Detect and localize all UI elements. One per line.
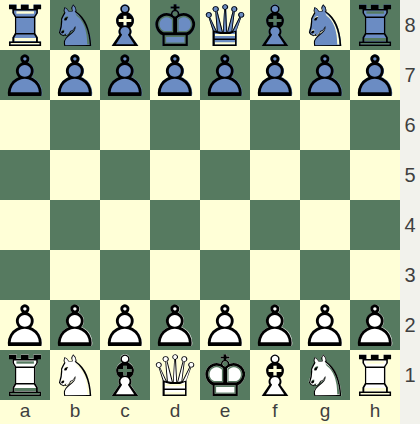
square-f7[interactable]: ♟♙ xyxy=(250,50,300,100)
file-label-g: g xyxy=(300,400,350,424)
square-h4[interactable] xyxy=(350,200,400,250)
square-b7[interactable]: ♟♙ xyxy=(50,50,100,100)
pawn-outline-glyph: ♙ xyxy=(250,51,300,101)
square-b3[interactable] xyxy=(50,250,100,300)
piece-black-pawn[interactable]: ♟♙ xyxy=(100,50,150,100)
square-c7[interactable]: ♟♙ xyxy=(100,50,150,100)
pawn-outline-glyph: ♙ xyxy=(50,51,100,101)
pawn-outline-glyph: ♙ xyxy=(50,301,100,351)
pawn-outline-glyph: ♙ xyxy=(150,301,200,351)
square-c8[interactable]: ♝♗ xyxy=(100,0,150,50)
rank-label-8: 8 xyxy=(400,0,420,50)
queen-fill-glyph: ♛ xyxy=(200,1,250,51)
rook-fill-glyph: ♜ xyxy=(0,1,50,51)
pawn-fill-glyph: ♟ xyxy=(300,301,350,351)
square-d4[interactable] xyxy=(150,200,200,250)
square-c6[interactable] xyxy=(100,100,150,150)
pawn-outline-glyph: ♙ xyxy=(150,51,200,101)
square-h6[interactable] xyxy=(350,100,400,150)
square-a5[interactable] xyxy=(0,150,50,200)
piece-white-pawn[interactable]: ♟♙ xyxy=(0,300,50,350)
square-f5[interactable] xyxy=(250,150,300,200)
piece-white-pawn[interactable]: ♟♙ xyxy=(300,300,350,350)
square-g8[interactable]: ♞♘ xyxy=(300,0,350,50)
rook-outline-glyph: ♖ xyxy=(0,1,50,51)
square-d2[interactable]: ♟♙ xyxy=(150,300,200,350)
piece-white-pawn[interactable]: ♟♙ xyxy=(100,300,150,350)
piece-black-pawn[interactable]: ♟♙ xyxy=(350,50,400,100)
knight-outline-glyph: ♘ xyxy=(300,1,350,51)
pawn-outline-glyph: ♙ xyxy=(350,51,400,101)
rook-fill-glyph: ♜ xyxy=(0,351,50,401)
file-labels-strip: abcdefgh xyxy=(0,400,400,424)
pawn-outline-glyph: ♙ xyxy=(300,301,350,351)
piece-black-pawn[interactable]: ♟♙ xyxy=(0,50,50,100)
square-e3[interactable] xyxy=(200,250,250,300)
piece-black-knight[interactable]: ♞♘ xyxy=(300,0,350,50)
piece-white-pawn[interactable]: ♟♙ xyxy=(50,300,100,350)
pawn-fill-glyph: ♟ xyxy=(100,301,150,351)
pawn-outline-glyph: ♙ xyxy=(350,301,400,351)
bishop-fill-glyph: ♝ xyxy=(100,1,150,51)
square-a3[interactable] xyxy=(0,250,50,300)
square-f3[interactable] xyxy=(250,250,300,300)
file-label-b: b xyxy=(50,400,100,424)
pawn-fill-glyph: ♟ xyxy=(150,301,200,351)
piece-white-pawn[interactable]: ♟♙ xyxy=(200,300,250,350)
square-b5[interactable] xyxy=(50,150,100,200)
piece-white-pawn[interactable]: ♟♙ xyxy=(150,300,200,350)
square-h5[interactable] xyxy=(350,150,400,200)
knight-fill-glyph: ♞ xyxy=(50,1,100,51)
square-d3[interactable] xyxy=(150,250,200,300)
piece-white-rook[interactable]: ♜♖ xyxy=(0,350,50,400)
square-a1[interactable]: ♜♖ xyxy=(0,350,50,400)
piece-white-knight[interactable]: ♞♘ xyxy=(300,350,350,400)
piece-white-knight[interactable]: ♞♘ xyxy=(50,350,100,400)
square-c2[interactable]: ♟♙ xyxy=(100,300,150,350)
pawn-fill-glyph: ♟ xyxy=(100,51,150,101)
pawn-fill-glyph: ♟ xyxy=(350,301,400,351)
square-d8[interactable]: ♚♔ xyxy=(150,0,200,50)
square-f2[interactable]: ♟♙ xyxy=(250,300,300,350)
chess-board: ♜♖♞♘♝♗♚♔♛♕♝♗♞♘♜♖♟♙♟♙♟♙♟♙♟♙♟♙♟♙♟♙♟♙♟♙♟♙♟♙… xyxy=(0,0,400,400)
square-h2[interactable]: ♟♙ xyxy=(350,300,400,350)
piece-black-bishop[interactable]: ♝♗ xyxy=(250,0,300,50)
bishop-fill-glyph: ♝ xyxy=(100,351,150,401)
pawn-outline-glyph: ♙ xyxy=(200,301,250,351)
square-e2[interactable]: ♟♙ xyxy=(200,300,250,350)
square-c3[interactable] xyxy=(100,250,150,300)
rank-labels-strip: 87654321 xyxy=(400,0,420,424)
square-g4[interactable] xyxy=(300,200,350,250)
bishop-outline-glyph: ♗ xyxy=(250,351,300,401)
square-e1[interactable]: ♚♔ xyxy=(200,350,250,400)
rank-label-1: 1 xyxy=(400,350,420,400)
square-d7[interactable]: ♟♙ xyxy=(150,50,200,100)
square-a2[interactable]: ♟♙ xyxy=(0,300,50,350)
pawn-outline-glyph: ♙ xyxy=(200,51,250,101)
piece-white-rook[interactable]: ♜♖ xyxy=(350,350,400,400)
knight-outline-glyph: ♘ xyxy=(50,351,100,401)
square-f8[interactable]: ♝♗ xyxy=(250,0,300,50)
knight-outline-glyph: ♘ xyxy=(300,351,350,401)
piece-white-pawn[interactable]: ♟♙ xyxy=(350,300,400,350)
square-h8[interactable]: ♜♖ xyxy=(350,0,400,50)
rook-outline-glyph: ♖ xyxy=(350,351,400,401)
square-f4[interactable] xyxy=(250,200,300,250)
piece-black-rook[interactable]: ♜♖ xyxy=(350,0,400,50)
pawn-outline-glyph: ♙ xyxy=(300,51,350,101)
piece-white-bishop[interactable]: ♝♗ xyxy=(250,350,300,400)
file-label-f: f xyxy=(250,400,300,424)
pawn-fill-glyph: ♟ xyxy=(50,301,100,351)
pawn-outline-glyph: ♙ xyxy=(250,301,300,351)
square-h7[interactable]: ♟♙ xyxy=(350,50,400,100)
square-e5[interactable] xyxy=(200,150,250,200)
file-label-d: d xyxy=(150,400,200,424)
rank-label-7: 7 xyxy=(400,50,420,100)
square-c4[interactable] xyxy=(100,200,150,250)
square-b6[interactable] xyxy=(50,100,100,150)
square-g1[interactable]: ♞♘ xyxy=(300,350,350,400)
rook-fill-glyph: ♜ xyxy=(350,351,400,401)
square-f1[interactable]: ♝♗ xyxy=(250,350,300,400)
piece-white-king[interactable]: ♚♔ xyxy=(200,350,250,400)
bishop-outline-glyph: ♗ xyxy=(100,1,150,51)
square-h3[interactable] xyxy=(350,250,400,300)
square-g6[interactable] xyxy=(300,100,350,150)
square-d1[interactable]: ♛♕ xyxy=(150,350,200,400)
piece-white-pawn[interactable]: ♟♙ xyxy=(250,300,300,350)
knight-fill-glyph: ♞ xyxy=(300,351,350,401)
bishop-outline-glyph: ♗ xyxy=(100,351,150,401)
file-label-a: a xyxy=(0,400,50,424)
piece-black-rook[interactable]: ♜♖ xyxy=(0,0,50,50)
square-b8[interactable]: ♞♘ xyxy=(50,0,100,50)
piece-black-pawn[interactable]: ♟♙ xyxy=(150,50,200,100)
square-g5[interactable] xyxy=(300,150,350,200)
file-label-c: c xyxy=(100,400,150,424)
pawn-outline-glyph: ♙ xyxy=(100,301,150,351)
pawn-outline-glyph: ♙ xyxy=(100,51,150,101)
king-outline-glyph: ♔ xyxy=(200,351,250,401)
bishop-fill-glyph: ♝ xyxy=(250,1,300,51)
queen-fill-glyph: ♛ xyxy=(150,351,200,401)
piece-black-pawn[interactable]: ♟♙ xyxy=(300,50,350,100)
piece-black-pawn[interactable]: ♟♙ xyxy=(250,50,300,100)
square-b1[interactable]: ♞♘ xyxy=(50,350,100,400)
piece-white-bishop[interactable]: ♝♗ xyxy=(100,350,150,400)
pawn-fill-glyph: ♟ xyxy=(250,51,300,101)
rook-outline-glyph: ♖ xyxy=(350,1,400,51)
square-e7[interactable]: ♟♙ xyxy=(200,50,250,100)
pawn-fill-glyph: ♟ xyxy=(0,301,50,351)
file-label-e: e xyxy=(200,400,250,424)
piece-black-queen[interactable]: ♛♕ xyxy=(200,0,250,50)
bishop-outline-glyph: ♗ xyxy=(250,1,300,51)
square-c5[interactable] xyxy=(100,150,150,200)
pawn-fill-glyph: ♟ xyxy=(250,301,300,351)
king-fill-glyph: ♚ xyxy=(200,351,250,401)
pawn-outline-glyph: ♙ xyxy=(0,51,50,101)
piece-black-knight[interactable]: ♞♘ xyxy=(50,0,100,50)
square-b4[interactable] xyxy=(50,200,100,250)
square-g3[interactable] xyxy=(300,250,350,300)
king-fill-glyph: ♚ xyxy=(150,1,200,51)
rook-outline-glyph: ♖ xyxy=(0,351,50,401)
file-label-h: h xyxy=(350,400,400,424)
square-e6[interactable] xyxy=(200,100,250,150)
square-a6[interactable] xyxy=(0,100,50,150)
pawn-outline-glyph: ♙ xyxy=(0,301,50,351)
rook-fill-glyph: ♜ xyxy=(350,1,400,51)
piece-black-pawn[interactable]: ♟♙ xyxy=(200,50,250,100)
pawn-fill-glyph: ♟ xyxy=(150,51,200,101)
rank-label-5: 5 xyxy=(400,150,420,200)
piece-white-queen[interactable]: ♛♕ xyxy=(150,350,200,400)
knight-fill-glyph: ♞ xyxy=(300,1,350,51)
square-a4[interactable] xyxy=(0,200,50,250)
rank-label-3: 3 xyxy=(400,250,420,300)
queen-outline-glyph: ♕ xyxy=(200,1,250,51)
square-e8[interactable]: ♛♕ xyxy=(200,0,250,50)
pawn-fill-glyph: ♟ xyxy=(50,51,100,101)
pawn-fill-glyph: ♟ xyxy=(200,51,250,101)
piece-black-bishop[interactable]: ♝♗ xyxy=(100,0,150,50)
pawn-fill-glyph: ♟ xyxy=(200,301,250,351)
piece-black-king[interactable]: ♚♔ xyxy=(150,0,200,50)
square-g2[interactable]: ♟♙ xyxy=(300,300,350,350)
square-c1[interactable]: ♝♗ xyxy=(100,350,150,400)
pawn-fill-glyph: ♟ xyxy=(300,51,350,101)
rank-label-4: 4 xyxy=(400,200,420,250)
king-outline-glyph: ♔ xyxy=(150,1,200,51)
square-a7[interactable]: ♟♙ xyxy=(0,50,50,100)
square-h1[interactable]: ♜♖ xyxy=(350,350,400,400)
square-b2[interactable]: ♟♙ xyxy=(50,300,100,350)
square-e4[interactable] xyxy=(200,200,250,250)
queen-outline-glyph: ♕ xyxy=(150,351,200,401)
square-d6[interactable] xyxy=(150,100,200,150)
rank-label-2: 2 xyxy=(400,300,420,350)
square-g7[interactable]: ♟♙ xyxy=(300,50,350,100)
bishop-fill-glyph: ♝ xyxy=(250,351,300,401)
pawn-fill-glyph: ♟ xyxy=(350,51,400,101)
rank-label-6: 6 xyxy=(400,100,420,150)
pawn-fill-glyph: ♟ xyxy=(0,51,50,101)
knight-outline-glyph: ♘ xyxy=(50,1,100,51)
square-a8[interactable]: ♜♖ xyxy=(0,0,50,50)
piece-black-pawn[interactable]: ♟♙ xyxy=(50,50,100,100)
chess-board-app: ♜♖♞♘♝♗♚♔♛♕♝♗♞♘♜♖♟♙♟♙♟♙♟♙♟♙♟♙♟♙♟♙♟♙♟♙♟♙♟♙… xyxy=(0,0,420,424)
square-d5[interactable] xyxy=(150,150,200,200)
square-f6[interactable] xyxy=(250,100,300,150)
knight-fill-glyph: ♞ xyxy=(50,351,100,401)
